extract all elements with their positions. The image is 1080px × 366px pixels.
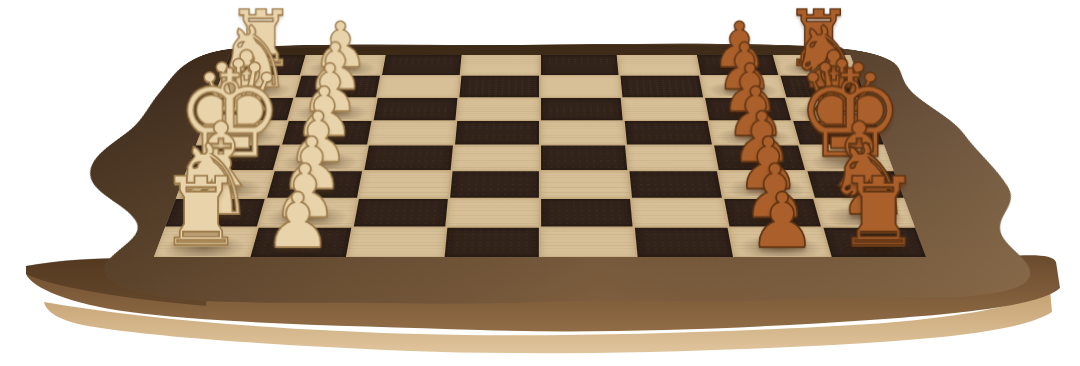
square-g6[interactable]: [632, 199, 726, 227]
square-h5[interactable]: [541, 228, 636, 258]
square-g4[interactable]: [447, 199, 539, 227]
square-a6[interactable]: [619, 55, 699, 75]
square-a3[interactable]: [382, 55, 462, 75]
chess-board: ♜♟♟♜♞♟♟♞♝♟♟♝♛♟♟♛♚♟♟♚♝♟♟♝♞♟♟♞♜♟♟♜: [154, 55, 926, 257]
square-b6[interactable]: [621, 76, 703, 97]
square-d3[interactable]: [369, 121, 455, 145]
square-d4[interactable]: [455, 121, 539, 145]
square-b5[interactable]: [541, 76, 621, 97]
product-photo: ♜♟♟♜♞♟♟♞♝♟♟♝♛♟♟♛♚♟♟♚♝♟♟♝♞♟♟♞♜♟♟♜: [0, 0, 1080, 366]
board-scene: ♜♟♟♜♞♟♟♞♝♟♟♝♛♟♟♛♚♟♟♚♝♟♟♝♞♟♟♞♜♟♟♜: [0, 0, 1080, 366]
square-d5[interactable]: [541, 121, 625, 145]
square-c3[interactable]: [373, 98, 457, 120]
white-rook-piece[interactable]: ♜: [159, 170, 243, 257]
square-g5[interactable]: [541, 199, 633, 227]
square-c4[interactable]: [457, 98, 539, 120]
square-e6[interactable]: [627, 145, 716, 170]
square-f5[interactable]: [541, 171, 630, 197]
square-a5[interactable]: [541, 55, 619, 75]
square-h2[interactable]: ♟: [251, 228, 351, 258]
square-f6[interactable]: [630, 171, 722, 197]
square-f4[interactable]: [450, 171, 539, 197]
square-e5[interactable]: [541, 145, 628, 170]
square-c6[interactable]: [623, 98, 707, 120]
square-g3[interactable]: [353, 199, 447, 227]
square-h7[interactable]: ♟: [729, 228, 829, 258]
square-f3[interactable]: [359, 171, 451, 197]
square-a4[interactable]: [461, 55, 539, 75]
square-b3[interactable]: [377, 76, 459, 97]
square-h3[interactable]: [348, 228, 445, 258]
square-e4[interactable]: [452, 145, 539, 170]
square-h8[interactable]: ♜: [823, 228, 926, 258]
white-pawn-piece[interactable]: ♟: [264, 186, 332, 256]
square-h1[interactable]: ♜: [154, 228, 257, 258]
black-pawn-piece[interactable]: ♟: [748, 186, 816, 256]
square-b4[interactable]: [459, 76, 539, 97]
square-h4[interactable]: [444, 228, 539, 258]
square-c5[interactable]: [541, 98, 623, 120]
square-d6[interactable]: [625, 121, 711, 145]
square-h6[interactable]: [635, 228, 732, 258]
square-e3[interactable]: [364, 145, 453, 170]
black-rook-piece[interactable]: ♜: [836, 170, 920, 257]
